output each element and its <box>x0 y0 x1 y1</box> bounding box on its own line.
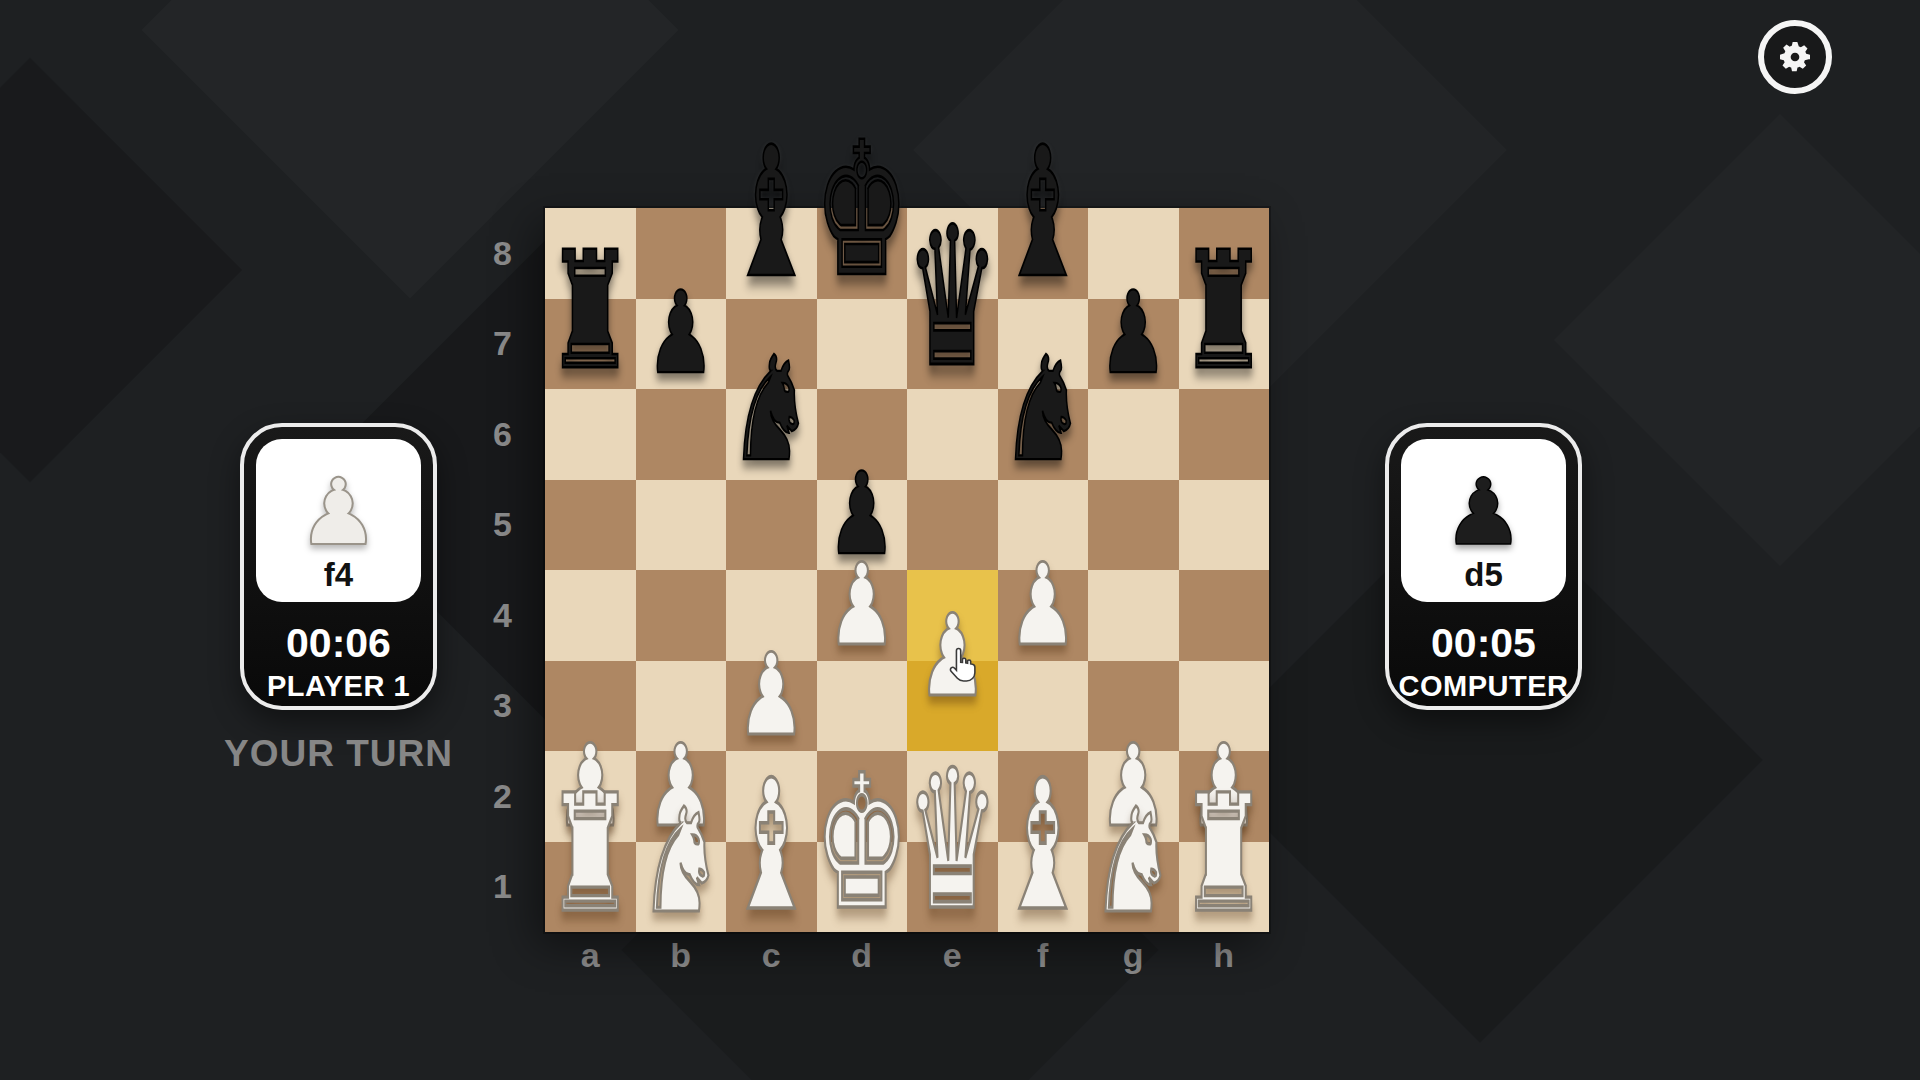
square-f1[interactable]: ♝ <box>998 842 1089 933</box>
square-g7[interactable]: ♟ <box>1088 299 1179 390</box>
square-b6[interactable] <box>636 389 727 480</box>
square-d4[interactable]: ♟ <box>817 570 908 661</box>
square-a5[interactable] <box>545 480 636 571</box>
rank-label-1: 1 <box>420 842 512 933</box>
piece-black-pawn[interactable]: ♟ <box>1098 277 1168 390</box>
chess-app: ♟ f4 00:06 PLAYER 1 YOUR TURN ♟ d5 00:05… <box>0 0 1920 1080</box>
piece-white-knight[interactable]: ♞ <box>1090 790 1176 934</box>
dragged-square: ♟ <box>907 600 998 712</box>
square-f8[interactable]: ♝ <box>998 208 1089 299</box>
square-c6[interactable]: ♞ <box>726 389 817 480</box>
square-e6[interactable] <box>907 389 998 480</box>
square-d1[interactable]: ♚ <box>817 842 908 933</box>
piece-black-pawn[interactable]: ♟ <box>646 277 716 390</box>
rank-label-4: 4 <box>420 570 512 661</box>
piece-white-bishop[interactable]: ♝ <box>726 756 816 936</box>
square-b1[interactable]: ♞ <box>636 842 727 933</box>
rank-label-2: 2 <box>420 751 512 842</box>
piece-white-pawn[interactable]: ♟ <box>827 548 897 661</box>
rank-label-8: 8 <box>420 208 512 299</box>
square-f3[interactable] <box>998 661 1089 752</box>
piece-black-bishop[interactable]: ♝ <box>726 123 816 303</box>
white-pawn-icon: ♟ <box>297 471 379 556</box>
piece-black-rook[interactable]: ♜ <box>546 230 634 392</box>
piece-white-king[interactable]: ♚ <box>814 751 909 937</box>
computer-last-move-box: ♟ d5 <box>1401 439 1566 602</box>
piece-white-pawn[interactable]: ♟ <box>1008 548 1078 661</box>
square-h1[interactable]: ♜ <box>1179 842 1270 933</box>
rank-label-6: 6 <box>420 389 512 480</box>
background-diamond <box>1554 114 1920 567</box>
chess-board: ♝♚♝♜♟♛♟♜♞♞♟♟♟♟♟♟♟♟♜♞♝♚♛♝♞♜ <box>545 208 1269 932</box>
square-g5[interactable] <box>1088 480 1179 571</box>
square-e5[interactable] <box>907 480 998 571</box>
piece-white-pawn[interactable]: ♟ <box>736 639 806 752</box>
square-g1[interactable]: ♞ <box>1088 842 1179 933</box>
dragged-white-pawn[interactable]: ♟ <box>918 600 988 713</box>
square-c8[interactable]: ♝ <box>726 208 817 299</box>
rank-label-7: 7 <box>420 299 512 390</box>
computer-clock: 00:05 <box>1389 620 1578 667</box>
square-h7[interactable]: ♜ <box>1179 299 1270 390</box>
piece-white-knight[interactable]: ♞ <box>638 790 724 934</box>
piece-black-queen[interactable]: ♛ <box>906 202 999 394</box>
square-e7[interactable]: ♛ <box>907 299 998 390</box>
player1-last-move-box: ♟ f4 <box>256 439 421 602</box>
square-a7[interactable]: ♜ <box>545 299 636 390</box>
square-e1[interactable]: ♛ <box>907 842 998 933</box>
player1-card: ♟ f4 00:06 PLAYER 1 <box>240 423 437 710</box>
piece-white-rook[interactable]: ♜ <box>1180 773 1268 935</box>
player1-name: PLAYER 1 <box>244 670 433 703</box>
piece-white-bishop[interactable]: ♝ <box>998 756 1088 936</box>
square-a1[interactable]: ♜ <box>545 842 636 933</box>
piece-black-knight[interactable]: ♞ <box>728 337 814 481</box>
gear-icon <box>1775 37 1815 77</box>
background-diamond <box>0 58 242 482</box>
square-b4[interactable] <box>636 570 727 661</box>
square-f4[interactable]: ♟ <box>998 570 1089 661</box>
square-h5[interactable] <box>1179 480 1270 571</box>
square-b5[interactable] <box>636 480 727 571</box>
piece-white-queen[interactable]: ♛ <box>906 745 999 937</box>
computer-card: ♟ d5 00:05 COMPUTER <box>1385 423 1582 710</box>
rank-label-5: 5 <box>420 480 512 571</box>
square-c3[interactable]: ♟ <box>726 661 817 752</box>
square-h6[interactable] <box>1179 389 1270 480</box>
computer-name: COMPUTER <box>1389 670 1578 703</box>
square-a6[interactable] <box>545 389 636 480</box>
square-d8[interactable]: ♚ <box>817 208 908 299</box>
player1-clock: 00:06 <box>244 620 433 667</box>
square-f6[interactable]: ♞ <box>998 389 1089 480</box>
square-d7[interactable] <box>817 299 908 390</box>
square-a4[interactable] <box>545 570 636 661</box>
piece-black-king[interactable]: ♚ <box>814 117 909 303</box>
piece-black-knight[interactable]: ♞ <box>1000 337 1086 481</box>
square-c5[interactable] <box>726 480 817 571</box>
square-h4[interactable] <box>1179 570 1270 661</box>
square-g6[interactable] <box>1088 389 1179 480</box>
piece-black-rook[interactable]: ♜ <box>1180 230 1268 392</box>
rank-labels: 87654321 <box>420 208 512 932</box>
square-g4[interactable] <box>1088 570 1179 661</box>
settings-button[interactable] <box>1758 20 1832 94</box>
rank-label-3: 3 <box>420 661 512 752</box>
piece-white-rook[interactable]: ♜ <box>546 773 634 935</box>
black-pawn-icon: ♟ <box>1442 471 1524 556</box>
square-b7[interactable]: ♟ <box>636 299 727 390</box>
square-c1[interactable]: ♝ <box>726 842 817 933</box>
piece-black-bishop[interactable]: ♝ <box>998 123 1088 303</box>
